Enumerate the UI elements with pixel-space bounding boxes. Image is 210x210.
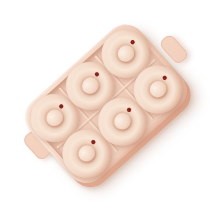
vent-dot — [130, 39, 136, 45]
vent-dot — [162, 75, 168, 81]
donut-cavities — [17, 16, 127, 115]
vent-dot — [94, 71, 100, 77]
donut-center-bump — [114, 42, 137, 65]
donut-center-bump — [75, 142, 98, 165]
donut-center-bump — [146, 78, 169, 101]
donut-center-bump — [111, 110, 134, 133]
product-photo — [0, 0, 210, 210]
donut-center-bump — [79, 74, 102, 97]
donut-mold-tray — [17, 16, 199, 195]
vent-dot — [91, 139, 97, 145]
donut-center-bump — [43, 106, 66, 129]
vent-dot — [58, 104, 64, 110]
vent-dot — [126, 107, 132, 113]
